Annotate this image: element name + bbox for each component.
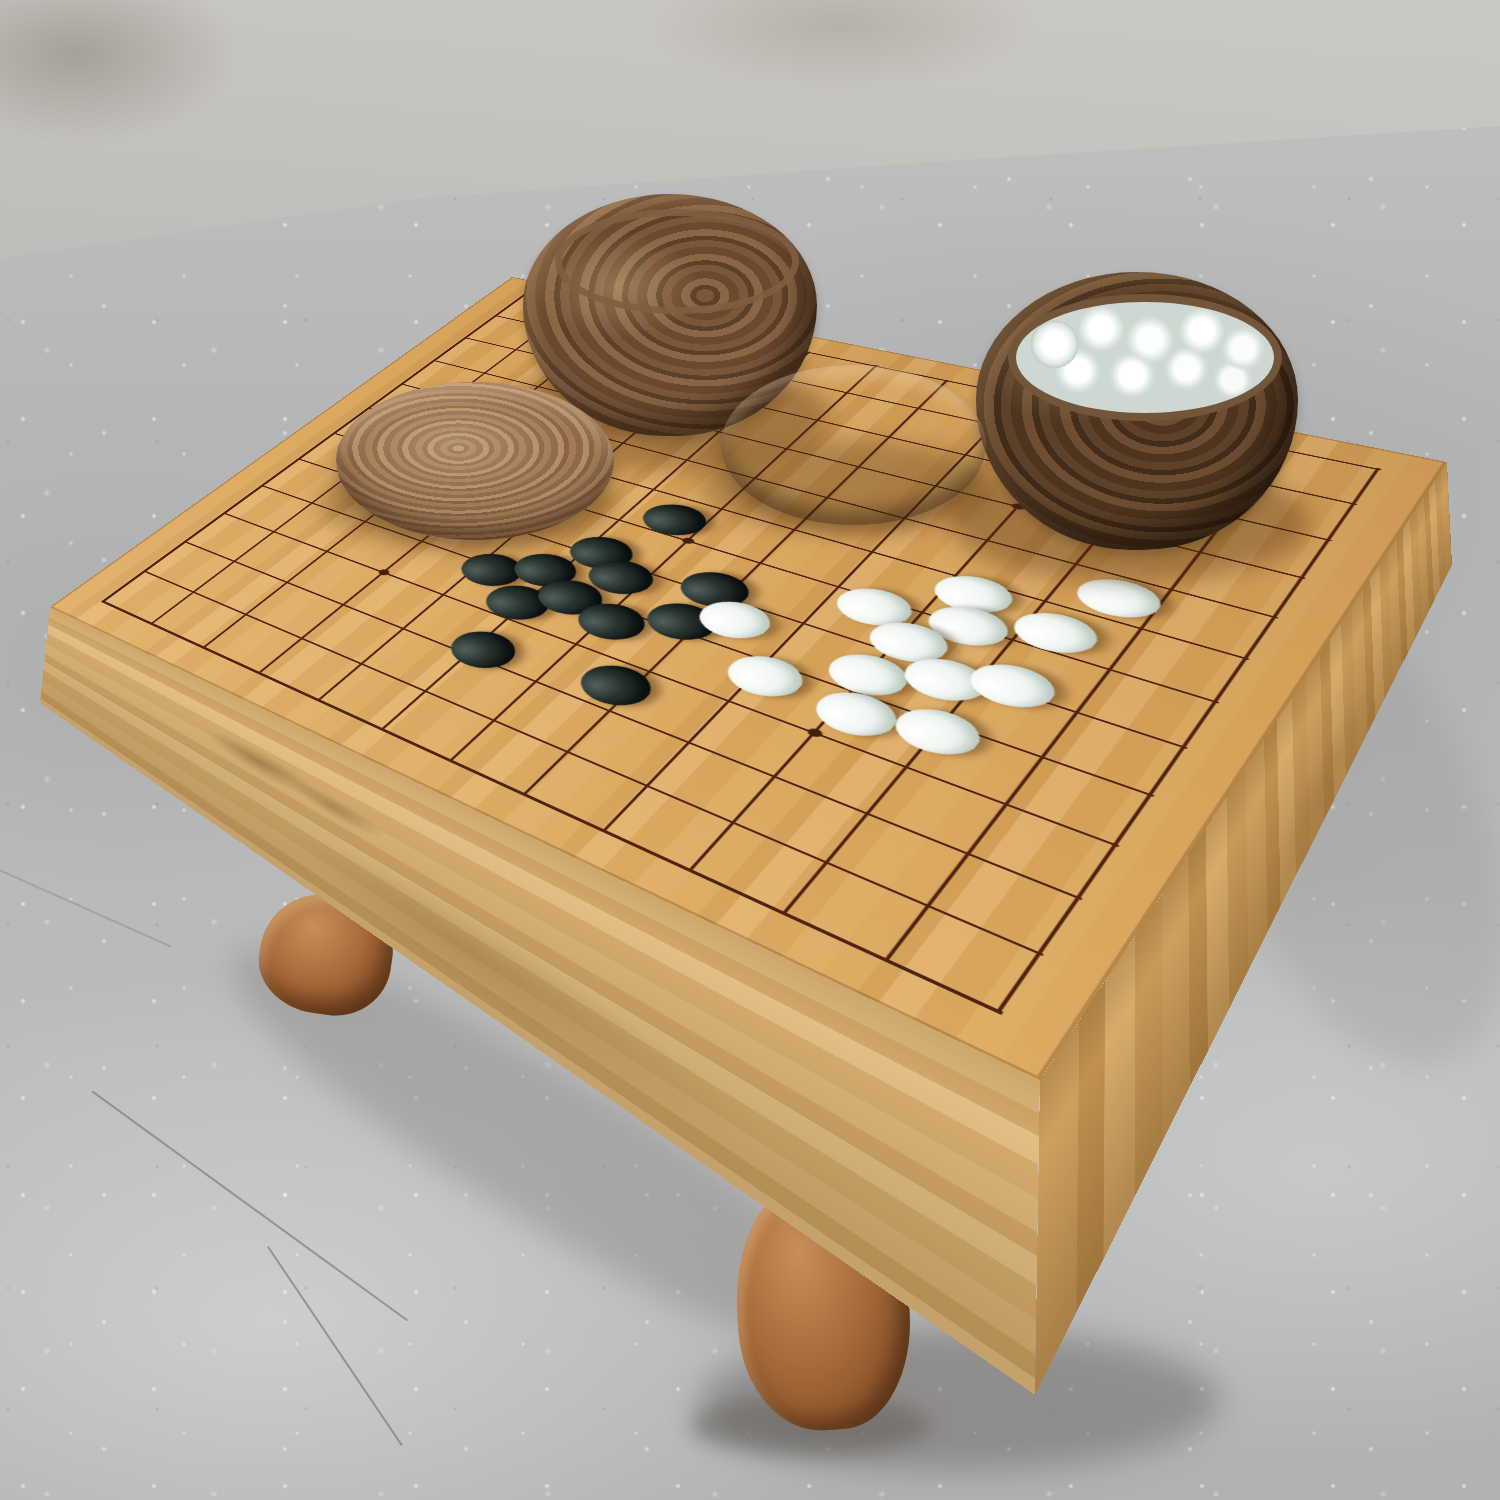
star-point: [805, 727, 824, 738]
white-stone: [883, 701, 991, 764]
photo-of-go-board-scene: [0, 0, 1500, 1500]
black-stones-heap: [555, 209, 798, 315]
black-stone: [632, 499, 716, 541]
white-stone: [715, 649, 813, 705]
black-stone: [568, 658, 662, 713]
bowl-lid-left: [336, 382, 614, 540]
black-stone: [439, 625, 527, 676]
white-stone: [1003, 606, 1107, 661]
white-stone-bowl: [976, 272, 1298, 550]
white-stone: [958, 656, 1065, 716]
star-point: [376, 568, 391, 576]
white-stones-heap: [1008, 294, 1282, 421]
bowl-lid-right: [721, 365, 986, 525]
star-point: [680, 537, 696, 545]
